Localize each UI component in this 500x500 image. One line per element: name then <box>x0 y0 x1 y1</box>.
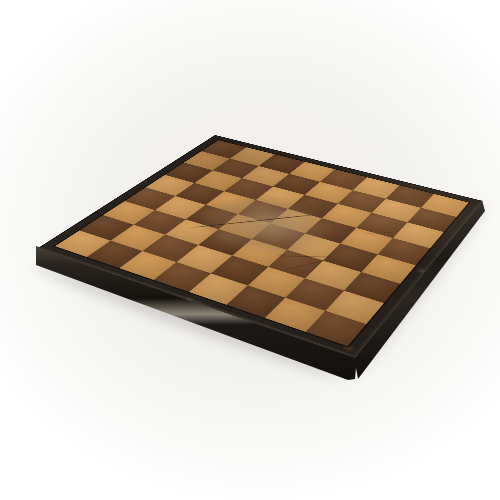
board-frame <box>38 135 483 358</box>
chessboard <box>38 135 483 358</box>
photo-background <box>0 0 500 500</box>
